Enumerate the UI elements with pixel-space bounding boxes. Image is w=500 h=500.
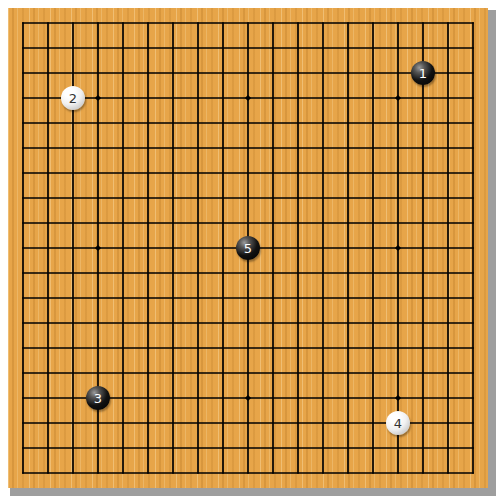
stone-1-black[interactable]: 1 bbox=[411, 61, 435, 85]
stone-3-black[interactable]: 3 bbox=[86, 386, 110, 410]
stone-4-white[interactable]: 4 bbox=[386, 411, 410, 435]
board-intersections: 12345 bbox=[11, 11, 486, 486]
stone-5-black[interactable]: 5 bbox=[236, 236, 260, 260]
go-board[interactable]: 12345 bbox=[8, 8, 488, 488]
stone-2-white[interactable]: 2 bbox=[61, 86, 85, 110]
